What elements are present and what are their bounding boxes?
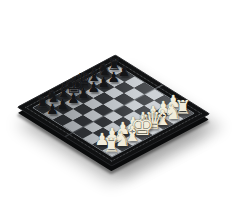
chess-set-frame: ♜♟♟♜♞♟♟♞♝♟♟♝♛♟♟♛♚♟♟♚♝♟♟♝♞♟♟♞♜♟♟♜ bbox=[17, 55, 211, 167]
product-photo: ♜♟♟♜♞♟♟♞♝♟♟♝♛♟♟♛♚♟♟♚♝♟♟♝♞♟♟♞♜♟♟♜ bbox=[0, 0, 235, 218]
chess-board: ♜♟♟♜♞♟♟♞♝♟♟♝♛♟♟♛♚♟♟♚♝♟♟♝♞♟♟♞♜♟♟♜ bbox=[32, 64, 195, 158]
square-h1: ♜ bbox=[102, 145, 122, 157]
piece-white-rook-h1: ♜ bbox=[103, 136, 120, 155]
piece-black-pawn-g7: ♟ bbox=[57, 98, 69, 112]
piece-black-pawn-f7: ♟ bbox=[67, 92, 79, 106]
piece-black-pawn-h7: ♟ bbox=[47, 103, 59, 117]
